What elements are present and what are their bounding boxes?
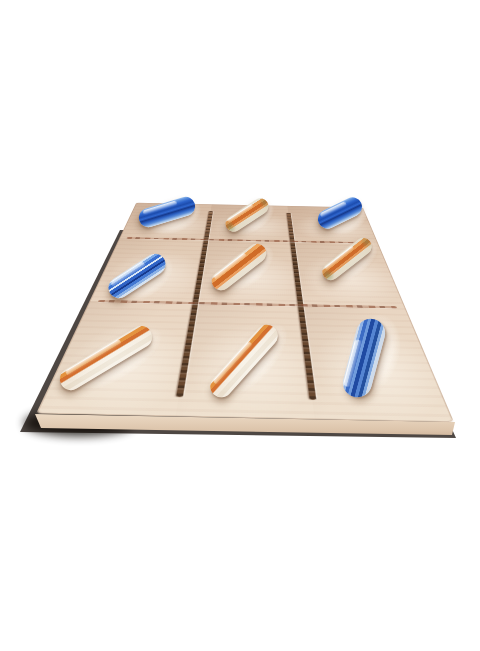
piece-r3c1-orange[interactable] xyxy=(56,322,156,394)
piece-r1c3-blue[interactable] xyxy=(315,194,366,232)
piece-r2c1-blue[interactable] xyxy=(104,250,169,302)
pieces-layer xyxy=(0,0,480,651)
photo-background xyxy=(0,0,480,651)
piece-r2c2-orange[interactable] xyxy=(208,240,270,294)
piece-r3c2-orange[interactable] xyxy=(206,320,283,402)
piece-r1c2-orange[interactable] xyxy=(223,195,272,235)
piece-r3c3-blue[interactable] xyxy=(340,316,389,401)
piece-r1c1-blue[interactable] xyxy=(136,194,197,229)
piece-r2c3-orange[interactable] xyxy=(319,234,375,283)
